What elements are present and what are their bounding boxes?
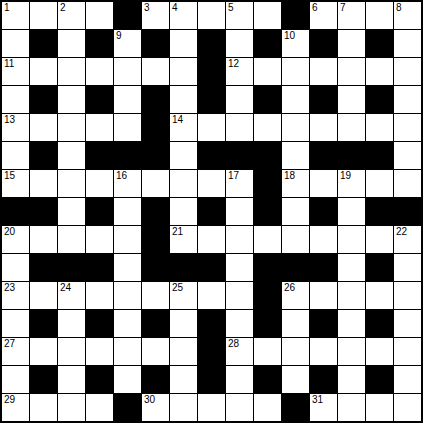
cell-r14-c1[interactable] bbox=[30, 394, 57, 421]
cell-r2-c3[interactable] bbox=[86, 58, 113, 85]
cell-r11-c10[interactable] bbox=[282, 310, 309, 337]
cell-r4-c7[interactable] bbox=[198, 114, 225, 141]
cell-r0-c6[interactable]: 4 bbox=[170, 2, 197, 29]
black-square-r13-c7 bbox=[198, 366, 225, 393]
clue-number-24: 24 bbox=[60, 282, 71, 293]
cell-r8-c14[interactable]: 22 bbox=[394, 226, 421, 253]
cell-r8-c12[interactable] bbox=[338, 226, 365, 253]
cell-r12-c13[interactable] bbox=[366, 338, 393, 365]
black-square-r7-c7 bbox=[198, 198, 225, 225]
cell-r7-c10[interactable] bbox=[282, 198, 309, 225]
cell-r10-c2[interactable]: 24 bbox=[58, 282, 85, 309]
black-square-r5-c3 bbox=[86, 142, 113, 169]
black-square-r5-c13 bbox=[366, 142, 393, 169]
cell-r10-c12[interactable] bbox=[338, 282, 365, 309]
clue-number-27: 27 bbox=[4, 338, 15, 349]
cell-r9-c0[interactable] bbox=[2, 254, 29, 281]
cell-r5-c14[interactable] bbox=[394, 142, 421, 169]
cell-r3-c4[interactable] bbox=[114, 86, 141, 113]
cell-r9-c14[interactable] bbox=[394, 254, 421, 281]
black-square-r11-c1 bbox=[30, 310, 57, 337]
cell-r6-c5[interactable] bbox=[142, 170, 169, 197]
black-square-r3-c11 bbox=[310, 86, 337, 113]
cell-r12-c6[interactable] bbox=[170, 338, 197, 365]
cell-r6-c7[interactable] bbox=[198, 170, 225, 197]
cell-r10-c10[interactable]: 26 bbox=[282, 282, 309, 309]
black-square-r1-c11 bbox=[310, 30, 337, 57]
black-square-r11-c11 bbox=[310, 310, 337, 337]
clue-number-21: 21 bbox=[172, 226, 183, 237]
cell-r4-c8[interactable] bbox=[226, 114, 253, 141]
clue-number-26: 26 bbox=[284, 282, 295, 293]
black-square-r7-c3 bbox=[86, 198, 113, 225]
black-square-r7-c14 bbox=[394, 198, 421, 225]
cell-r12-c1[interactable] bbox=[30, 338, 57, 365]
cell-r14-c8[interactable] bbox=[226, 394, 253, 421]
cell-r11-c14[interactable] bbox=[394, 310, 421, 337]
clue-number-5: 5 bbox=[228, 2, 234, 13]
black-square-r7-c0 bbox=[2, 198, 29, 225]
black-square-r13-c13 bbox=[366, 366, 393, 393]
cell-r2-c11[interactable] bbox=[310, 58, 337, 85]
cell-r0-c9[interactable] bbox=[254, 2, 281, 29]
cell-r2-c5[interactable] bbox=[142, 58, 169, 85]
cell-r8-c8[interactable] bbox=[226, 226, 253, 253]
cell-r6-c12[interactable]: 19 bbox=[338, 170, 365, 197]
black-square-r9-c13 bbox=[366, 254, 393, 281]
black-square-r13-c3 bbox=[86, 366, 113, 393]
cell-r4-c4[interactable] bbox=[114, 114, 141, 141]
cell-r1-c12[interactable] bbox=[338, 30, 365, 57]
cell-r8-c2[interactable] bbox=[58, 226, 85, 253]
cell-r5-c6[interactable] bbox=[170, 142, 197, 169]
cell-r8-c4[interactable] bbox=[114, 226, 141, 253]
cell-r3-c10[interactable] bbox=[282, 86, 309, 113]
cell-r3-c6[interactable] bbox=[170, 86, 197, 113]
black-square-r5-c1 bbox=[30, 142, 57, 169]
cell-r8-c13[interactable] bbox=[366, 226, 393, 253]
black-square-r5-c5 bbox=[142, 142, 169, 169]
cell-r4-c0[interactable]: 13 bbox=[2, 114, 29, 141]
black-square-r0-c4 bbox=[114, 2, 141, 29]
cell-r4-c13[interactable] bbox=[366, 114, 393, 141]
cell-r4-c2[interactable] bbox=[58, 114, 85, 141]
clue-number-30: 30 bbox=[144, 394, 155, 405]
black-square-r13-c1 bbox=[30, 366, 57, 393]
cell-r2-c13[interactable] bbox=[366, 58, 393, 85]
cell-r13-c14[interactable] bbox=[394, 366, 421, 393]
clue-number-31: 31 bbox=[312, 394, 323, 405]
cell-r9-c12[interactable] bbox=[338, 254, 365, 281]
cell-r12-c9[interactable] bbox=[254, 338, 281, 365]
cell-r8-c1[interactable] bbox=[30, 226, 57, 253]
cell-r12-c8[interactable]: 28 bbox=[226, 338, 253, 365]
cell-r8-c0[interactable]: 20 bbox=[2, 226, 29, 253]
black-square-r3-c3 bbox=[86, 86, 113, 113]
cell-r2-c4[interactable] bbox=[114, 58, 141, 85]
clue-number-19: 19 bbox=[340, 170, 351, 181]
cell-r10-c8[interactable] bbox=[226, 282, 253, 309]
clue-number-1: 1 bbox=[4, 2, 10, 13]
cell-r7-c2[interactable] bbox=[58, 198, 85, 225]
black-square-r9-c6 bbox=[170, 254, 197, 281]
cell-r14-c12[interactable] bbox=[338, 394, 365, 421]
black-square-r7-c13 bbox=[366, 198, 393, 225]
black-square-r11-c3 bbox=[86, 310, 113, 337]
cell-r6-c1[interactable] bbox=[30, 170, 57, 197]
cell-r14-c2[interactable] bbox=[58, 394, 85, 421]
black-square-r11-c13 bbox=[366, 310, 393, 337]
cell-r7-c12[interactable] bbox=[338, 198, 365, 225]
cell-r6-c3[interactable] bbox=[86, 170, 113, 197]
black-square-r14-c4 bbox=[114, 394, 141, 421]
cell-r12-c12[interactable] bbox=[338, 338, 365, 365]
cell-r0-c1[interactable] bbox=[30, 2, 57, 29]
cell-r0-c2[interactable]: 2 bbox=[58, 2, 85, 29]
black-square-r9-c9 bbox=[254, 254, 281, 281]
cell-r0-c0[interactable]: 1 bbox=[2, 2, 29, 29]
cell-r8-c9[interactable] bbox=[254, 226, 281, 253]
black-square-r10-c9 bbox=[254, 282, 281, 309]
cell-r13-c2[interactable] bbox=[58, 366, 85, 393]
clue-number-11: 11 bbox=[4, 58, 14, 69]
clue-number-2: 2 bbox=[60, 2, 66, 13]
black-square-r3-c13 bbox=[366, 86, 393, 113]
clue-number-3: 3 bbox=[144, 2, 150, 13]
black-square-r1-c7 bbox=[198, 30, 225, 57]
cell-r2-c8[interactable]: 12 bbox=[226, 58, 253, 85]
cell-r4-c1[interactable] bbox=[30, 114, 57, 141]
black-square-r1-c3 bbox=[86, 30, 113, 57]
clue-number-14: 14 bbox=[172, 114, 183, 125]
cell-r7-c8[interactable] bbox=[226, 198, 253, 225]
cell-r8-c11[interactable] bbox=[310, 226, 337, 253]
cell-r3-c12[interactable] bbox=[338, 86, 365, 113]
cell-r3-c2[interactable] bbox=[58, 86, 85, 113]
black-square-r5-c4 bbox=[114, 142, 141, 169]
black-square-r11-c5 bbox=[142, 310, 169, 337]
black-square-r14-c10 bbox=[282, 394, 309, 421]
clue-number-28: 28 bbox=[228, 338, 239, 349]
black-square-r1-c1 bbox=[30, 30, 57, 57]
cell-r5-c2[interactable] bbox=[58, 142, 85, 169]
cell-r10-c5[interactable] bbox=[142, 282, 169, 309]
clue-number-13: 13 bbox=[4, 114, 15, 125]
black-square-r1-c13 bbox=[366, 30, 393, 57]
cell-r11-c6[interactable] bbox=[170, 310, 197, 337]
cell-r8-c10[interactable] bbox=[282, 226, 309, 253]
black-square-r5-c9 bbox=[254, 142, 281, 169]
cell-r8-c3[interactable] bbox=[86, 226, 113, 253]
cell-r10-c3[interactable] bbox=[86, 282, 113, 309]
black-square-r7-c5 bbox=[142, 198, 169, 225]
black-square-r9-c10 bbox=[282, 254, 309, 281]
black-square-r5-c12 bbox=[338, 142, 365, 169]
black-square-r5-c11 bbox=[310, 142, 337, 169]
cell-r2-c0[interactable]: 11 bbox=[2, 58, 29, 85]
cell-r6-c6[interactable] bbox=[170, 170, 197, 197]
cell-r2-c14[interactable] bbox=[394, 58, 421, 85]
cell-r10-c1[interactable] bbox=[30, 282, 57, 309]
cell-r6-c14[interactable] bbox=[394, 170, 421, 197]
clue-number-7: 7 bbox=[340, 2, 346, 13]
cell-r6-c11[interactable] bbox=[310, 170, 337, 197]
cell-r1-c14[interactable] bbox=[394, 30, 421, 57]
cell-r6-c10[interactable]: 18 bbox=[282, 170, 309, 197]
cell-r4-c9[interactable] bbox=[254, 114, 281, 141]
cell-r13-c10[interactable] bbox=[282, 366, 309, 393]
cell-r10-c0[interactable]: 23 bbox=[2, 282, 29, 309]
black-square-r11-c9 bbox=[254, 310, 281, 337]
black-square-r3-c9 bbox=[254, 86, 281, 113]
clue-number-15: 15 bbox=[4, 170, 15, 181]
clue-number-12: 12 bbox=[228, 58, 239, 69]
cell-r10-c6[interactable]: 25 bbox=[170, 282, 197, 309]
black-square-r7-c11 bbox=[310, 198, 337, 225]
clue-number-16: 16 bbox=[116, 170, 127, 181]
black-square-r11-c7 bbox=[198, 310, 225, 337]
cell-r4-c10[interactable] bbox=[282, 114, 309, 141]
cell-r0-c12[interactable]: 7 bbox=[338, 2, 365, 29]
cell-r0-c14[interactable]: 8 bbox=[394, 2, 421, 29]
cell-r2-c2[interactable] bbox=[58, 58, 85, 85]
cell-r2-c6[interactable] bbox=[170, 58, 197, 85]
black-square-r7-c1 bbox=[30, 198, 57, 225]
cell-r12-c14[interactable] bbox=[394, 338, 421, 365]
black-square-r1-c9 bbox=[254, 30, 281, 57]
black-square-r5-c8 bbox=[226, 142, 253, 169]
cell-r4-c6[interactable]: 14 bbox=[170, 114, 197, 141]
cell-r12-c11[interactable] bbox=[310, 338, 337, 365]
cell-r1-c8[interactable] bbox=[226, 30, 253, 57]
black-square-r0-c10 bbox=[282, 2, 309, 29]
cell-r14-c11[interactable]: 31 bbox=[310, 394, 337, 421]
cell-r11-c8[interactable] bbox=[226, 310, 253, 337]
black-square-r3-c7 bbox=[198, 86, 225, 113]
cell-r13-c4[interactable] bbox=[114, 366, 141, 393]
cell-r12-c0[interactable]: 27 bbox=[2, 338, 29, 365]
cell-r2-c9[interactable] bbox=[254, 58, 281, 85]
cell-r6-c13[interactable] bbox=[366, 170, 393, 197]
cell-r6-c4[interactable]: 16 bbox=[114, 170, 141, 197]
cell-r0-c5[interactable]: 3 bbox=[142, 2, 169, 29]
cell-r11-c12[interactable] bbox=[338, 310, 365, 337]
cell-r0-c13[interactable] bbox=[366, 2, 393, 29]
cell-r14-c7[interactable] bbox=[198, 394, 225, 421]
black-square-r5-c7 bbox=[198, 142, 225, 169]
cell-r12-c3[interactable] bbox=[86, 338, 113, 365]
cell-r11-c2[interactable] bbox=[58, 310, 85, 337]
black-square-r9-c7 bbox=[198, 254, 225, 281]
cell-r1-c10[interactable]: 10 bbox=[282, 30, 309, 57]
black-square-r13-c9 bbox=[254, 366, 281, 393]
cell-r0-c3[interactable] bbox=[86, 2, 113, 29]
cell-r13-c0[interactable] bbox=[2, 366, 29, 393]
cell-r10-c4[interactable] bbox=[114, 282, 141, 309]
clue-number-9: 9 bbox=[116, 30, 122, 41]
clue-number-29: 29 bbox=[4, 394, 15, 405]
cell-r14-c13[interactable] bbox=[366, 394, 393, 421]
cell-r2-c10[interactable] bbox=[282, 58, 309, 85]
cell-r1-c0[interactable] bbox=[2, 30, 29, 57]
cell-r11-c4[interactable] bbox=[114, 310, 141, 337]
cell-r12-c5[interactable] bbox=[142, 338, 169, 365]
clue-number-4: 4 bbox=[172, 2, 178, 13]
cell-r0-c11[interactable]: 6 bbox=[310, 2, 337, 29]
black-square-r13-c11 bbox=[310, 366, 337, 393]
black-square-r3-c5 bbox=[142, 86, 169, 113]
cell-r4-c14[interactable] bbox=[394, 114, 421, 141]
black-square-r9-c5 bbox=[142, 254, 169, 281]
cell-r7-c4[interactable] bbox=[114, 198, 141, 225]
cell-r14-c3[interactable] bbox=[86, 394, 113, 421]
crossword-board: 1234567891011121314151617181920212223242… bbox=[0, 0, 423, 423]
cell-r6-c8[interactable]: 17 bbox=[226, 170, 253, 197]
cell-r9-c4[interactable] bbox=[114, 254, 141, 281]
cell-r8-c7[interactable] bbox=[198, 226, 225, 253]
cell-r12-c2[interactable] bbox=[58, 338, 85, 365]
cell-r10-c14[interactable] bbox=[394, 282, 421, 309]
cell-r13-c8[interactable] bbox=[226, 366, 253, 393]
cell-r1-c4[interactable]: 9 bbox=[114, 30, 141, 57]
black-square-r13-c5 bbox=[142, 366, 169, 393]
cell-r8-c6[interactable]: 21 bbox=[170, 226, 197, 253]
cell-r9-c8[interactable] bbox=[226, 254, 253, 281]
black-square-r3-c1 bbox=[30, 86, 57, 113]
cell-r0-c7[interactable] bbox=[198, 2, 225, 29]
clue-number-10: 10 bbox=[284, 30, 295, 41]
cell-r6-c0[interactable]: 15 bbox=[2, 170, 29, 197]
cell-r3-c8[interactable] bbox=[226, 86, 253, 113]
black-square-r9-c11 bbox=[310, 254, 337, 281]
cell-r7-c6[interactable] bbox=[170, 198, 197, 225]
cell-r11-c0[interactable] bbox=[2, 310, 29, 337]
clue-number-23: 23 bbox=[4, 282, 15, 293]
black-square-r2-c7 bbox=[198, 58, 225, 85]
cell-r4-c11[interactable] bbox=[310, 114, 337, 141]
clue-number-18: 18 bbox=[284, 170, 295, 181]
cell-r12-c10[interactable] bbox=[282, 338, 309, 365]
cell-r14-c14[interactable] bbox=[394, 394, 421, 421]
cell-r1-c6[interactable] bbox=[170, 30, 197, 57]
cell-r14-c0[interactable]: 29 bbox=[2, 394, 29, 421]
black-square-r4-c5 bbox=[142, 114, 169, 141]
cell-r10-c7[interactable] bbox=[198, 282, 225, 309]
cell-r13-c12[interactable] bbox=[338, 366, 365, 393]
black-square-r6-c9 bbox=[254, 170, 281, 197]
cell-r13-c6[interactable] bbox=[170, 366, 197, 393]
black-square-r9-c3 bbox=[86, 254, 113, 281]
black-square-r7-c9 bbox=[254, 198, 281, 225]
cell-r5-c10[interactable] bbox=[282, 142, 309, 169]
clue-number-8: 8 bbox=[396, 2, 402, 13]
clue-number-6: 6 bbox=[312, 2, 318, 13]
clue-number-17: 17 bbox=[228, 170, 239, 181]
black-square-r8-c5 bbox=[142, 226, 169, 253]
cell-r3-c0[interactable] bbox=[2, 86, 29, 113]
cell-r3-c14[interactable] bbox=[394, 86, 421, 113]
clue-number-25: 25 bbox=[172, 282, 183, 293]
cell-r12-c4[interactable] bbox=[114, 338, 141, 365]
black-square-r12-c7 bbox=[198, 338, 225, 365]
cell-r14-c9[interactable] bbox=[254, 394, 281, 421]
cell-r14-c5[interactable]: 30 bbox=[142, 394, 169, 421]
cell-r10-c11[interactable] bbox=[310, 282, 337, 309]
black-square-r1-c5 bbox=[142, 30, 169, 57]
cell-r1-c2[interactable] bbox=[58, 30, 85, 57]
clue-number-20: 20 bbox=[4, 226, 15, 237]
crossword-puzzle: 1234567891011121314151617181920212223242… bbox=[0, 0, 423, 423]
cell-r4-c3[interactable] bbox=[86, 114, 113, 141]
black-square-r9-c2 bbox=[58, 254, 85, 281]
cell-r10-c13[interactable] bbox=[366, 282, 393, 309]
black-square-r9-c1 bbox=[30, 254, 57, 281]
cell-r4-c12[interactable] bbox=[338, 114, 365, 141]
cell-r6-c2[interactable] bbox=[58, 170, 85, 197]
clue-number-22: 22 bbox=[396, 226, 407, 237]
cell-r2-c1[interactable] bbox=[30, 58, 57, 85]
cell-r2-c12[interactable] bbox=[338, 58, 365, 85]
cell-r5-c0[interactable] bbox=[2, 142, 29, 169]
cell-r14-c6[interactable] bbox=[170, 394, 197, 421]
cell-r0-c8[interactable]: 5 bbox=[226, 2, 253, 29]
